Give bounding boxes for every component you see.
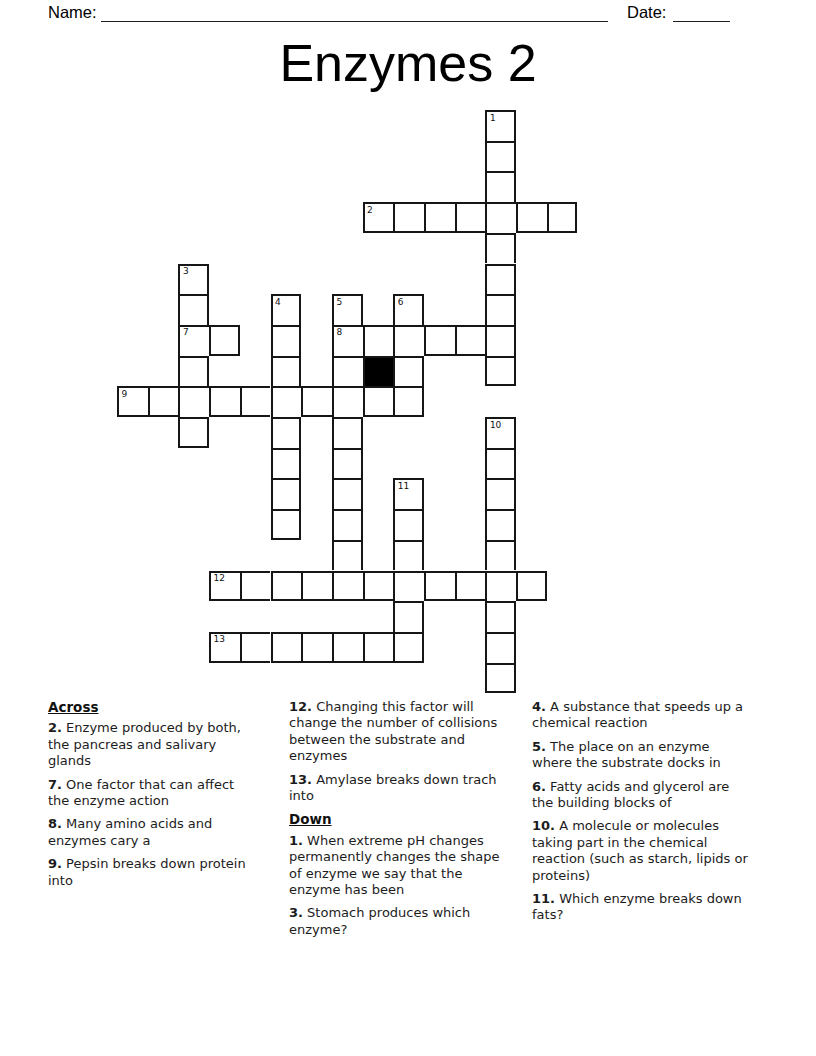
grid-cell-14-12[interactable] [485,540,516,571]
cell-number-3: 3 [183,266,189,276]
grid-cell-8-9[interactable] [393,356,424,387]
clue-12-across: 12. Changing this factor will change the… [289,699,515,765]
grid-cell-6-7[interactable]: 5 [332,294,363,325]
grid-cell-9-0[interactable]: 9 [117,386,148,417]
grid-cell-18-12[interactable] [485,663,516,694]
grid-cell-15-13[interactable] [516,571,547,602]
name-label: Name: [48,3,97,22]
cell-number-4: 4 [275,297,281,307]
grid-cell-6-5[interactable]: 4 [271,294,302,325]
grid-cell-9-5[interactable] [271,386,302,417]
grid-cell-17-6[interactable] [301,632,332,663]
grid-cell-17-4[interactable] [240,632,271,663]
date-blank-line[interactable] [673,0,730,22]
clues-column-2: 12. Changing this factor will change the… [289,699,515,945]
grid-cell-17-3[interactable]: 13 [209,632,240,663]
grid-cell-16-9[interactable] [393,601,424,632]
grid-cell-6-12[interactable] [485,294,516,325]
grid-cell-17-9[interactable] [393,632,424,663]
page-title: Enzymes 2 [0,36,816,91]
grid-cell-10-12[interactable]: 10 [485,417,516,448]
grid-cell-14-7[interactable] [332,540,363,571]
grid-cell-12-5[interactable] [271,478,302,509]
grid-cell-7-9[interactable] [393,325,424,356]
clue-number: 7. [48,777,62,792]
cell-number-8: 8 [336,327,342,337]
grid-cell-12-12[interactable] [485,478,516,509]
grid-cell-9-6[interactable] [301,386,332,417]
clue-3-down: 3. Stomach produces which enzyme? [289,905,515,938]
cell-number-6: 6 [398,297,404,307]
grid-cell-7-5[interactable] [271,325,302,356]
clue-number: 4. [532,699,546,714]
grid-cell-6-9[interactable]: 6 [393,294,424,325]
clue-number: 6. [532,779,546,794]
grid-cell-2-12[interactable] [485,171,516,202]
grid-cell-8-7[interactable] [332,356,363,387]
clue-8-across: 8. Many amino acids and enzymes cary a [48,816,254,849]
grid-cell-9-4[interactable] [240,386,271,417]
grid-cell-3-12[interactable] [485,202,516,233]
grid-cell-15-5[interactable] [271,571,302,602]
grid-cell-9-9[interactable] [393,386,424,417]
grid-cell-13-9[interactable] [393,509,424,540]
grid-cell-11-5[interactable] [271,448,302,479]
grid-cell-15-7[interactable] [332,571,363,602]
grid-cell-11-12[interactable] [485,448,516,479]
clue-number: 11. [532,891,555,906]
clue-11-down: 11. Which enzyme breaks down fats? [532,891,752,924]
clue-6-down: 6. Fatty acids and glycerol are the buil… [532,779,752,812]
clues-column-3: 4. A substance that speeds up a chemical… [532,699,752,931]
black-cell-8-8 [363,356,394,387]
clue-2-across: 2. Enzyme produced by both, the pancreas… [48,720,254,769]
grid-cell-3-11[interactable] [455,202,486,233]
cell-number-1: 1 [490,113,496,123]
clue-7-across: 7. One factor that can affect the enzyme… [48,777,254,810]
crossword-grid: 12345678910111213 [117,110,580,696]
grid-cell-9-8[interactable] [363,386,394,417]
grid-cell-7-10[interactable] [424,325,455,356]
grid-cell-10-7[interactable] [332,417,363,448]
grid-cell-5-12[interactable] [485,264,516,295]
grid-cell-11-7[interactable] [332,448,363,479]
grid-cell-16-12[interactable] [485,601,516,632]
grid-cell-15-11[interactable] [455,571,486,602]
clue-number: 9. [48,856,62,871]
clue-5-down: 5. The place on an enzyme where the subs… [532,739,752,772]
grid-cell-7-3[interactable] [209,325,240,356]
grid-cell-9-2[interactable] [178,386,209,417]
grid-cell-9-3[interactable] [209,386,240,417]
cell-number-11: 11 [398,481,409,491]
cell-number-2: 2 [367,205,373,215]
grid-cell-4-12[interactable] [485,233,516,264]
clue-13-across: 13. Amylase breaks down trach into [289,772,515,805]
down-heading: Down [289,811,515,827]
grid-cell-3-9[interactable] [393,202,424,233]
cell-number-7: 7 [183,327,189,337]
grid-cell-17-7[interactable] [332,632,363,663]
date-label: Date: [627,3,666,22]
clue-number: 13. [289,772,312,787]
clues-column-1: Across2. Enzyme produced by both, the pa… [48,699,254,896]
grid-cell-7-7[interactable]: 8 [332,325,363,356]
grid-cell-3-10[interactable] [424,202,455,233]
grid-cell-17-5[interactable] [271,632,302,663]
cell-number-13: 13 [214,634,225,644]
grid-cell-9-7[interactable] [332,386,363,417]
grid-cell-8-5[interactable] [271,356,302,387]
grid-cell-8-12[interactable] [485,356,516,387]
grid-cell-7-11[interactable] [455,325,486,356]
grid-cell-12-7[interactable] [332,478,363,509]
clue-number: 12. [289,699,312,714]
grid-cell-7-12[interactable] [485,325,516,356]
grid-cell-13-12[interactable] [485,509,516,540]
clue-number: 8. [48,816,62,831]
grid-cell-13-5[interactable] [271,509,302,540]
clue-4-down: 4. A substance that speeds up a chemical… [532,699,752,732]
clue-10-down: 10. A molecule or molecules taking part … [532,818,752,884]
grid-cell-10-2[interactable] [178,417,209,448]
clue-number: 10. [532,818,555,833]
grid-cell-15-8[interactable] [363,571,394,602]
grid-cell-15-10[interactable] [424,571,455,602]
grid-cell-6-2[interactable] [178,294,209,325]
grid-cell-3-14[interactable] [547,202,578,233]
cell-number-5: 5 [336,297,342,307]
grid-cell-17-8[interactable] [363,632,394,663]
across-heading: Across [48,699,254,715]
grid-cell-13-7[interactable] [332,509,363,540]
grid-cell-15-3[interactable]: 12 [209,571,240,602]
cell-number-9: 9 [122,389,128,399]
grid-cell-7-8[interactable] [363,325,394,356]
grid-cell-15-9[interactable] [393,571,424,602]
grid-cell-17-12[interactable] [485,632,516,663]
grid-cell-7-2[interactable]: 7 [178,325,209,356]
grid-cell-10-5[interactable] [271,417,302,448]
grid-cell-15-6[interactable] [301,571,332,602]
grid-cell-9-1[interactable] [148,386,179,417]
cell-number-10: 10 [490,420,501,430]
clue-9-across: 9. Pepsin breaks down protein into [48,856,254,889]
grid-cell-8-2[interactable] [178,356,209,387]
grid-cell-3-8[interactable]: 2 [363,202,394,233]
clue-number: 3. [289,905,303,920]
name-blank-line[interactable] [101,0,608,22]
clue-number: 1. [289,833,303,848]
grid-cell-15-4[interactable] [240,571,271,602]
grid-cell-3-13[interactable] [516,202,547,233]
clue-number: 5. [532,739,546,754]
grid-cell-14-9[interactable] [393,540,424,571]
crossword-worksheet: { "header": { "name_label": "Name:", "da… [0,0,816,1056]
grid-cell-15-12[interactable] [485,571,516,602]
grid-cell-5-2[interactable]: 3 [178,264,209,295]
grid-cell-12-9[interactable]: 11 [393,478,424,509]
grid-cell-0-12[interactable]: 1 [485,110,516,141]
clue-number: 2. [48,720,62,735]
clue-1-down: 1. When extreme pH changes permanently c… [289,833,515,899]
grid-cell-1-12[interactable] [485,141,516,172]
cell-number-12: 12 [214,573,225,583]
